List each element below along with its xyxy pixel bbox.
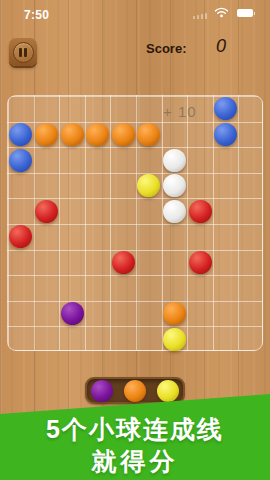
ball-yellow[interactable] <box>137 174 160 197</box>
ball-red[interactable] <box>9 225 32 248</box>
ball-orange[interactable] <box>137 123 160 146</box>
game-board[interactable] <box>7 95 263 351</box>
ball-red[interactable] <box>112 251 135 274</box>
tray-ball-orange <box>124 380 146 402</box>
floating-score-label: + 10 <box>163 103 197 120</box>
ball-blue[interactable] <box>214 123 237 146</box>
wifi-icon <box>214 7 229 18</box>
ball-orange[interactable] <box>86 123 109 146</box>
battery-tip-icon <box>254 12 256 15</box>
pause-button[interactable] <box>9 38 37 66</box>
ball-red[interactable] <box>35 200 58 223</box>
ball-white[interactable] <box>163 200 186 223</box>
ball-blue[interactable] <box>214 97 237 120</box>
ball-white[interactable] <box>163 174 186 197</box>
ball-blue[interactable] <box>9 149 32 172</box>
score-label: Score: <box>146 41 186 56</box>
tray-ball-purple <box>91 380 113 402</box>
ball-blue[interactable] <box>9 123 32 146</box>
status-time: 7:50 <box>24 8 49 22</box>
pause-icon <box>13 42 34 63</box>
cellular-icon <box>193 13 207 19</box>
ball-orange[interactable] <box>163 302 186 325</box>
ball-purple[interactable] <box>61 302 84 325</box>
instruction-line-2: 就得分 <box>0 446 270 476</box>
tray-ball-yellow <box>157 380 179 402</box>
ball-orange[interactable] <box>35 123 58 146</box>
next-balls-tray <box>85 377 185 404</box>
battery-icon <box>237 9 253 17</box>
ball-red[interactable] <box>189 200 212 223</box>
instruction-text: 5个小球连成线 就得分 <box>0 414 270 476</box>
ball-red[interactable] <box>189 251 212 274</box>
ball-white[interactable] <box>163 149 186 172</box>
instruction-line-1: 5个小球连成线 <box>0 414 270 444</box>
score-value: 0 <box>204 36 238 57</box>
ball-yellow[interactable] <box>163 328 186 351</box>
ball-orange[interactable] <box>112 123 135 146</box>
ball-orange[interactable] <box>61 123 84 146</box>
phone-screen: 7:50 Score: 0 + 10 5个小球连成线 就得分 <box>0 0 270 480</box>
